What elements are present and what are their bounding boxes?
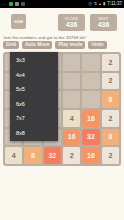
menu-item-7x7[interactable]: 7x7 xyxy=(10,111,58,126)
status-bar: ⋯ ◷ ⇅ ▴ ▮ 7:11:37 xyxy=(0,0,124,8)
status-bar-left: ⋯ xyxy=(2,0,25,8)
overflow-dots-icon: ⋯ xyxy=(2,0,7,8)
notification-app-icon-dark xyxy=(21,2,25,6)
cell-r5c4: 16 xyxy=(63,129,80,146)
cell-r6c5: 16 xyxy=(82,147,99,164)
tile-16: 16 xyxy=(63,129,80,146)
menu-item-8x8[interactable]: 8x8 xyxy=(10,126,58,141)
tile-8: 8 xyxy=(102,91,119,108)
tile-8: 8 xyxy=(102,129,119,146)
tile-2: 2 xyxy=(102,73,119,90)
cell-r6c1: 4 xyxy=(5,147,22,164)
tile-16: 16 xyxy=(82,147,99,164)
battery-icon: ▮ xyxy=(103,0,105,8)
cell-r6c4: 2 xyxy=(63,147,80,164)
best-value: 436 xyxy=(98,21,110,28)
tile-2: 2 xyxy=(63,147,80,164)
menu-item-3x3[interactable]: 3x3 xyxy=(10,53,58,68)
signal-icon: ▴ xyxy=(99,0,101,8)
tile-4: 4 xyxy=(63,110,80,127)
cell-r2c6: 2 xyxy=(102,73,119,90)
menu-item-6x6[interactable]: 6x6 xyxy=(10,97,58,112)
tile-32: 32 xyxy=(82,129,99,146)
cell-r3c4 xyxy=(63,91,80,108)
cell-r6c3: 32 xyxy=(44,147,61,164)
cell-r6c2: 8 xyxy=(24,147,41,164)
tile-2: 2 xyxy=(102,110,119,127)
app-screen: ⋯ ◷ ⇅ ▴ ▮ 7:11:37 2048 SCORE 436 BEST 43… xyxy=(0,0,124,220)
cell-r1c6: 2 xyxy=(102,54,119,71)
game-goal-text: Join the numbers and get to the 32768 ti… xyxy=(3,35,121,40)
usb-icon: ⇅ xyxy=(94,0,97,8)
cell-r3c5 xyxy=(82,91,99,108)
cell-r3c6: 8 xyxy=(102,91,119,108)
toolbar: Grid Auto Move Play mode Undo xyxy=(3,41,121,49)
tile-2: 2 xyxy=(102,54,119,71)
cell-r2c5 xyxy=(82,73,99,90)
auto-move-button[interactable]: Auto Move xyxy=(22,41,53,49)
grid-button[interactable]: Grid xyxy=(3,41,19,49)
tile-2: 2 xyxy=(102,147,119,164)
status-clock: 7:11:37 xyxy=(107,0,122,8)
tile-8: 8 xyxy=(24,147,41,164)
cell-r1c5 xyxy=(82,54,99,71)
cell-r4c6: 2 xyxy=(102,110,119,127)
notification-app-icon-grey xyxy=(15,2,19,6)
best-score-box: BEST 436 xyxy=(90,14,117,31)
cell-r4c5: 16 xyxy=(82,110,99,127)
tile-4: 4 xyxy=(5,147,22,164)
cell-r5c5: 32 xyxy=(82,129,99,146)
cell-r1c4 xyxy=(63,54,80,71)
menu-item-5x5[interactable]: 5x5 xyxy=(10,82,58,97)
score-value: 436 xyxy=(66,21,78,28)
grid-size-menu: 3x34x45x56x67x78x8 xyxy=(10,52,58,141)
undo-button[interactable]: Undo xyxy=(88,41,106,49)
notification-app-icon-green xyxy=(9,2,13,6)
cell-r6c6: 2 xyxy=(102,147,119,164)
game-logo-tile: 2048 xyxy=(11,14,26,29)
status-bar-right: ◷ ⇅ ▴ ▮ 7:11:37 xyxy=(88,0,122,8)
cell-r5c6: 8 xyxy=(102,129,119,146)
cell-r4c4: 4 xyxy=(63,110,80,127)
alarm-icon: ◷ xyxy=(88,0,92,8)
play-mode-button[interactable]: Play mode xyxy=(55,41,85,49)
menu-item-4x4[interactable]: 4x4 xyxy=(10,68,58,83)
cell-r2c4 xyxy=(63,73,80,90)
tile-32: 32 xyxy=(44,147,61,164)
score-box: SCORE 436 xyxy=(58,14,85,31)
tile-16: 16 xyxy=(82,110,99,127)
